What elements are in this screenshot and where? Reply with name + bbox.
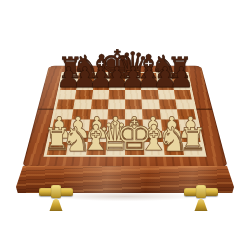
piece-black-pawn[interactable]: ♟ [169,63,194,91]
piece-white-rook[interactable]: ♜ [179,125,207,156]
pieces-layer: ♜♞♝♚♛♝♞♜♟♟♟♟♟♟♟♟♟♟♟♟♟♟♟♟♜♞♝♛♚♝♞♜ [0,0,250,250]
product-photo: ♜♞♝♚♛♝♞♜♟♟♟♟♟♟♟♟♟♟♟♟♟♟♟♟♜♞♝♛♚♝♞♜ [0,0,250,250]
